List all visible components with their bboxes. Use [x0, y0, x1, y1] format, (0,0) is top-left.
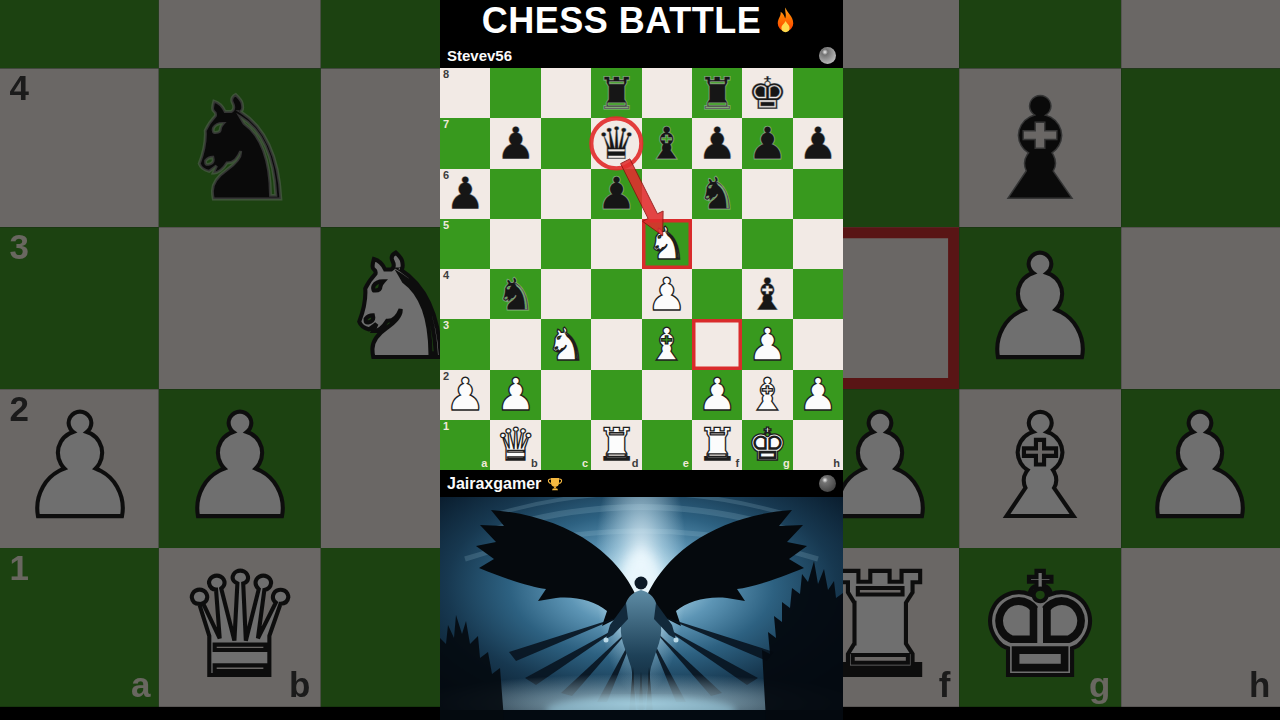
square-c8[interactable] [541, 68, 591, 118]
fire-icon [770, 6, 801, 37]
square-b4[interactable]: ♞ [490, 269, 540, 319]
bg-piece-white-pawn-b2: ♟ [176, 396, 304, 539]
square-d3[interactable] [591, 319, 641, 369]
square-a1[interactable]: 1a [440, 420, 490, 470]
square-h1[interactable]: h [793, 420, 843, 470]
piece-white-pawn-f2[interactable]: ♟ [697, 372, 737, 417]
piece-white-pawn-a2[interactable]: ♟ [445, 372, 485, 417]
square-b6[interactable] [490, 169, 540, 219]
file-label-f: f [736, 458, 740, 469]
piece-white-rook-d1[interactable]: ♜ [596, 422, 636, 467]
black-ball-icon [819, 475, 836, 492]
square-c1[interactable]: c [541, 420, 591, 470]
piece-black-king-g8[interactable]: ♚ [747, 71, 787, 116]
square-g4[interactable]: ♝ [742, 269, 792, 319]
page-title: CHESS BATTLE [482, 0, 761, 42]
center-column: CHESS BATTLE Stevev56 8♜♜♚7 [440, 0, 843, 720]
square-b7[interactable]: ♟ [490, 118, 540, 168]
piece-black-pawn-h7[interactable]: ♟ [798, 121, 838, 166]
square-g2[interactable]: ♝ [742, 370, 792, 420]
square-h2[interactable]: ♟ [793, 370, 843, 420]
piece-black-pawn-b7[interactable]: ♟ [495, 121, 535, 166]
square-d1[interactable]: ♜d [591, 420, 641, 470]
white-ball-icon [819, 47, 836, 64]
bg-square-h4 [1120, 68, 1280, 228]
piece-white-pawn-b2[interactable]: ♟ [495, 372, 535, 417]
piece-white-knight-c3[interactable]: ♞ [546, 322, 586, 367]
bg-square-a4: 4 [0, 68, 160, 228]
file-label-e: e [683, 458, 689, 469]
piece-white-rook-f1[interactable]: ♜ [697, 422, 737, 467]
square-c7[interactable] [541, 118, 591, 168]
square-e6[interactable] [642, 169, 692, 219]
rank-label-2: 2 [443, 371, 449, 382]
piece-black-pawn-g7[interactable]: ♟ [747, 121, 787, 166]
square-b8[interactable] [490, 68, 540, 118]
piece-black-queen-d7[interactable]: ♛ [596, 121, 636, 166]
bg-square-b5 [160, 0, 320, 68]
square-e3[interactable]: ♝ [642, 319, 692, 369]
square-d4[interactable] [591, 269, 641, 319]
bg-square-h3 [1120, 228, 1280, 388]
square-c6[interactable] [541, 169, 591, 219]
bg-square-g1: ♚g [960, 547, 1120, 707]
square-h5[interactable] [793, 219, 843, 269]
square-f8[interactable]: ♜ [692, 68, 742, 118]
bg-piece-white-queen-b1: ♛ [176, 556, 304, 699]
bg-file-label-g: g [1089, 669, 1110, 704]
file-label-b: b [531, 458, 538, 469]
square-d8[interactable]: ♜ [591, 68, 641, 118]
piece-black-pawn-a6[interactable]: ♟ [445, 171, 485, 216]
square-d7[interactable]: ♛ [591, 118, 641, 168]
square-b2[interactable]: ♟ [490, 370, 540, 420]
square-e8[interactable] [642, 68, 692, 118]
title-bar: CHESS BATTLE [440, 0, 843, 42]
bg-square-g4: ♝ [960, 68, 1120, 228]
piece-white-pawn-e4[interactable]: ♟ [647, 272, 687, 317]
bg-piece-white-king-g1: ♚ [976, 556, 1104, 699]
bg-square-h5 [1120, 0, 1280, 68]
bg-file-label-h: h [1249, 669, 1270, 704]
piece-white-pawn-g3[interactable]: ♟ [747, 322, 787, 367]
bg-piece-white-pawn-g3: ♟ [976, 236, 1104, 379]
piece-black-rook-d8[interactable]: ♜ [596, 71, 636, 116]
square-g6[interactable] [742, 169, 792, 219]
bg-square-a1: 1a [0, 547, 160, 707]
square-f6[interactable]: ♞ [692, 169, 742, 219]
square-b1[interactable]: ♛b [490, 420, 540, 470]
bg-file-label-b: b [289, 669, 310, 704]
bg-square-a5: 5 [0, 0, 160, 68]
square-h7[interactable]: ♟ [793, 118, 843, 168]
file-label-h: h [833, 458, 840, 469]
square-g1[interactable]: ♚g [742, 420, 792, 470]
square-f3[interactable] [692, 319, 742, 369]
file-label-d: d [632, 458, 639, 469]
square-b5[interactable] [490, 219, 540, 269]
piece-white-bishop-e3[interactable]: ♝ [647, 322, 687, 367]
piece-white-knight-e5[interactable]: ♞ [647, 221, 687, 266]
rank-label-8: 8 [443, 69, 449, 80]
square-d6[interactable]: ♟ [591, 169, 641, 219]
file-label-a: a [481, 458, 487, 469]
piece-white-pawn-h2[interactable]: ♟ [798, 372, 838, 417]
rank-label-3: 3 [443, 320, 449, 331]
top-player-bar: Stevev56 [440, 42, 843, 68]
square-a2[interactable]: ♟2 [440, 370, 490, 420]
bg-piece-black-bishop-g4: ♝ [976, 77, 1104, 220]
bg-piece-white-pawn-h2: ♟ [1136, 396, 1264, 539]
file-label-g: g [783, 458, 790, 469]
square-f4[interactable] [692, 269, 742, 319]
square-f1[interactable]: ♜f [692, 420, 742, 470]
square-h3[interactable] [793, 319, 843, 369]
rank-label-5: 5 [443, 220, 449, 231]
bg-square-h2: ♟ [1120, 388, 1280, 548]
square-g5[interactable] [742, 219, 792, 269]
square-d5[interactable] [591, 219, 641, 269]
bg-square-b1: ♛b [160, 547, 320, 707]
square-a7[interactable]: 7 [440, 118, 490, 168]
trophy-icon [547, 476, 563, 492]
piece-black-bishop-g4[interactable]: ♝ [747, 272, 787, 317]
piece-white-king-g1[interactable]: ♚ [747, 422, 787, 467]
square-d2[interactable] [591, 370, 641, 420]
square-c4[interactable] [541, 269, 591, 319]
rank-label-1: 1 [443, 421, 449, 432]
video-frame: 8♜♜♚7♟♛♝♟♟♟♟6♟♞5♞4♞♟♝3♞♝♟♟2♟♟♝♟1a♛bc♜de♜… [0, 0, 1280, 720]
rank-label-7: 7 [443, 119, 449, 130]
bottom-player-bar: Jairaxgamer [440, 470, 843, 497]
square-g8[interactable]: ♚ [742, 68, 792, 118]
piece-black-pawn-f7[interactable]: ♟ [697, 121, 737, 166]
dark-angel-artwork [440, 497, 843, 720]
piece-black-knight-b4[interactable]: ♞ [495, 272, 535, 317]
top-player-name: Stevev56 [447, 47, 512, 64]
piece-white-queen-b1[interactable]: ♛ [495, 422, 535, 467]
bg-square-b3 [160, 228, 320, 388]
bg-square-a3: 3 [0, 228, 160, 388]
square-f5[interactable] [692, 219, 742, 269]
file-label-c: c [582, 458, 588, 469]
square-h8[interactable] [793, 68, 843, 118]
square-f2[interactable]: ♟ [692, 370, 742, 420]
bg-piece-white-pawn-a2: ♟ [16, 396, 144, 539]
square-e5[interactable]: ♞ [642, 219, 692, 269]
piece-black-knight-f6[interactable]: ♞ [697, 171, 737, 216]
bg-square-b2: ♟ [160, 388, 320, 548]
piece-black-bishop-e7[interactable]: ♝ [647, 121, 687, 166]
square-g3[interactable]: ♟ [742, 319, 792, 369]
rank-label-6: 6 [443, 170, 449, 181]
bg-piece-white-bishop-g2: ♝ [976, 396, 1104, 539]
square-h4[interactable] [793, 269, 843, 319]
bg-square-h1: h [1120, 547, 1280, 707]
square-e2[interactable] [642, 370, 692, 420]
bg-rank-label-3: 3 [10, 231, 29, 266]
bg-rank-label-2: 2 [10, 391, 29, 426]
square-c3[interactable]: ♞ [541, 319, 591, 369]
bg-file-label-a: a [131, 669, 150, 704]
square-f7[interactable]: ♟ [692, 118, 742, 168]
square-a4[interactable]: 4 [440, 269, 490, 319]
squares-grid: 8♜♜♚7♟♛♝♟♟♟♟6♟♞5♞4♞♟♝3♞♝♟♟2♟♟♝♟1a♛bc♜de♜… [440, 68, 843, 470]
piece-black-pawn-d6[interactable]: ♟ [596, 171, 636, 216]
piece-black-rook-f8[interactable]: ♜ [697, 71, 737, 116]
piece-white-bishop-g2[interactable]: ♝ [747, 372, 787, 417]
bg-rank-label-1: 1 [10, 550, 29, 585]
square-e7[interactable]: ♝ [642, 118, 692, 168]
square-c5[interactable] [541, 219, 591, 269]
bg-square-g3: ♟ [960, 228, 1120, 388]
square-g7[interactable]: ♟ [742, 118, 792, 168]
bottom-player-name: Jairaxgamer [447, 475, 541, 493]
square-b3[interactable] [490, 319, 540, 369]
bg-square-g5 [960, 0, 1120, 68]
square-e1[interactable]: e [642, 420, 692, 470]
square-e4[interactable]: ♟ [642, 269, 692, 319]
square-a6[interactable]: ♟6 [440, 169, 490, 219]
bg-square-a2: ♟2 [0, 388, 160, 548]
square-a3[interactable]: 3 [440, 319, 490, 369]
bg-rank-label-4: 4 [10, 72, 29, 107]
bg-square-g2: ♝ [960, 388, 1120, 548]
bg-file-label-f: f [939, 669, 951, 704]
square-c2[interactable] [541, 370, 591, 420]
square-a5[interactable]: 5 [440, 219, 490, 269]
square-h6[interactable] [793, 169, 843, 219]
bg-square-b4: ♞ [160, 68, 320, 228]
chess-board: 8♜♜♚7♟♛♝♟♟♟♟6♟♞5♞4♞♟♝3♞♝♟♟2♟♟♝♟1a♛bc♜de♜… [440, 68, 843, 470]
square-a8[interactable]: 8 [440, 68, 490, 118]
bg-piece-black-knight-b4: ♞ [176, 77, 304, 220]
rank-label-4: 4 [443, 270, 449, 281]
